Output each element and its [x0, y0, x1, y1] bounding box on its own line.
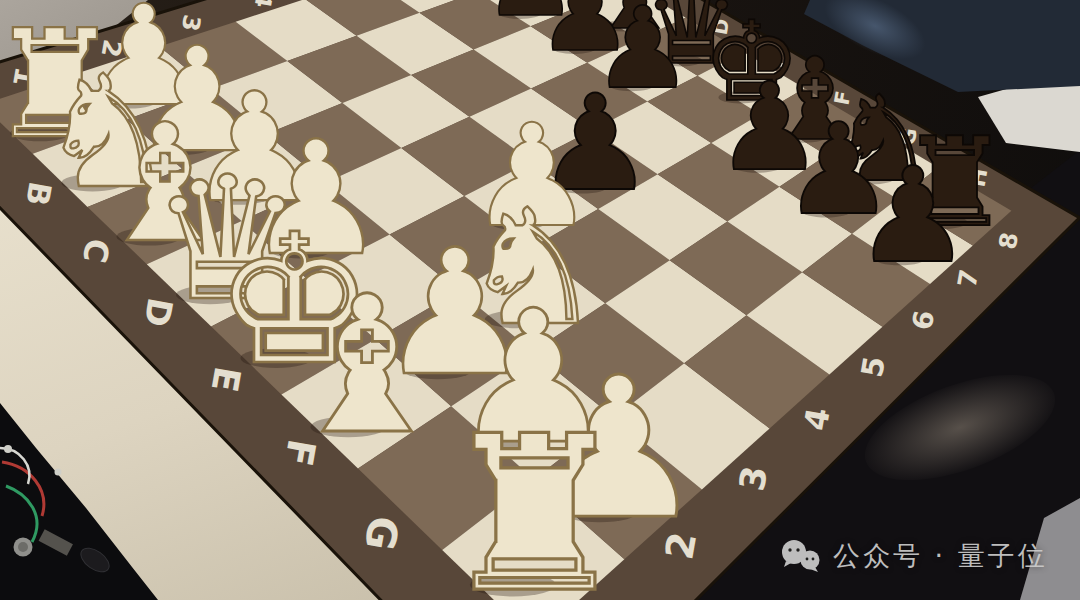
chess-photo-scene: AABBCCDDEEFFGGHH1122334455667788♜♟♞♟♝♟♛♟…	[0, 0, 1080, 600]
piece-white-bishop-f1: ♝	[282, 255, 452, 476]
piece-white-rook-h1: ♜	[438, 390, 631, 600]
piece-black-pawn-h7: ♟	[854, 139, 972, 292]
screw-dot	[4, 445, 12, 453]
watermark-text: 公众号 · 量子位	[833, 538, 1048, 574]
wechat-icon	[779, 539, 823, 573]
screw-dot	[55, 469, 62, 476]
watermark: 公众号 · 量子位	[779, 538, 1048, 574]
chess-board: AABBCCDDEEFFGGHH1122334455667788♜♟♞♟♝♟♛♟…	[0, 0, 1080, 600]
metal-bolt-center	[18, 542, 28, 552]
robot-electronics	[0, 403, 158, 600]
